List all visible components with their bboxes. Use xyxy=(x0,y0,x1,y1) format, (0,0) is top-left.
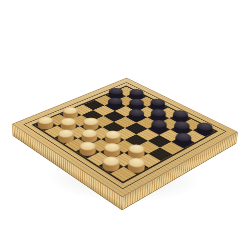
perspective-wrapper xyxy=(42,45,207,210)
product-photo-scene xyxy=(0,0,250,250)
board-square[interactable] xyxy=(148,123,171,135)
black-checker-piece[interactable] xyxy=(126,112,147,122)
black-checker-piece[interactable] xyxy=(172,136,194,148)
board-tilt-wrapper xyxy=(0,0,250,250)
